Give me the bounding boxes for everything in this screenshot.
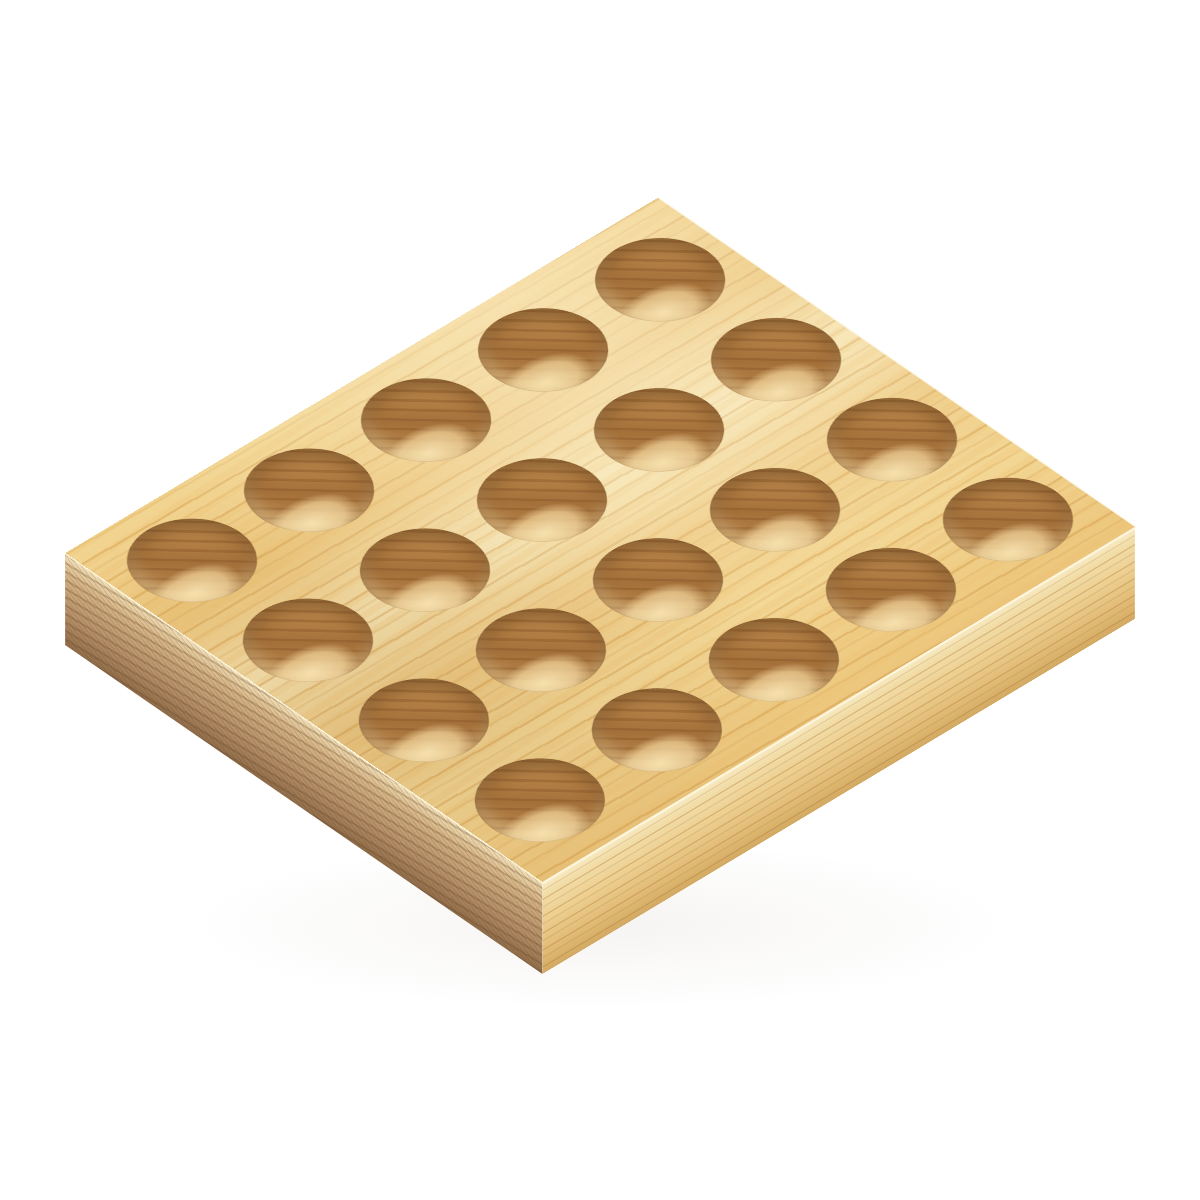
pit-r1c3[interactable] xyxy=(334,361,518,479)
pit-r4c2[interactable] xyxy=(565,671,749,789)
stage xyxy=(0,0,1200,1200)
pit-r2c3[interactable] xyxy=(450,441,634,559)
pit-r3c3[interactable] xyxy=(566,521,750,639)
pit-r3c4[interactable] xyxy=(683,451,867,569)
pit-r3c5[interactable] xyxy=(800,381,984,499)
pit-r1c2[interactable] xyxy=(217,431,401,549)
pit-r1c5[interactable] xyxy=(568,221,752,339)
pit-r4c4[interactable] xyxy=(799,531,983,649)
pit-r4c3[interactable] xyxy=(682,601,866,719)
pit-r2c4[interactable] xyxy=(567,371,751,489)
scene xyxy=(0,0,1200,1200)
pit-r2c5[interactable] xyxy=(684,301,868,419)
pit-r1c4[interactable] xyxy=(451,291,635,409)
pit-r2c2[interactable] xyxy=(333,511,517,629)
pit-r3c2[interactable] xyxy=(449,591,633,709)
pits-layer xyxy=(65,198,657,553)
pit-r4c5[interactable] xyxy=(916,461,1100,579)
board-top-face xyxy=(65,198,1135,882)
